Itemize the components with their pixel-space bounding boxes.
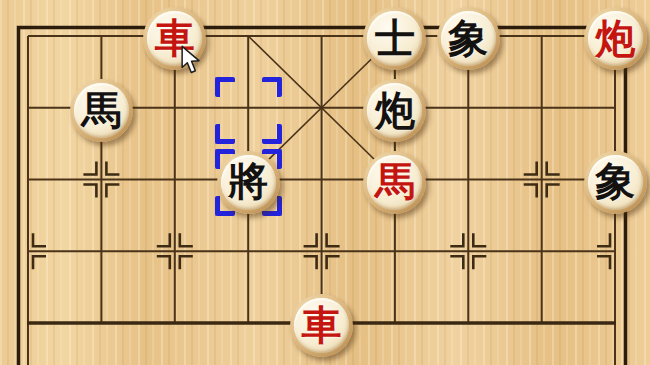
piece-red-cannon[interactable]: 炮: [584, 7, 647, 70]
piece-glyph: 馬: [375, 161, 415, 201]
xiangqi-board: 車士象炮馬炮將馬象車: [0, 0, 650, 365]
piece-glyph: 士: [375, 18, 415, 58]
piece-glyph: 象: [595, 161, 635, 201]
piece-glyph: 炮: [375, 90, 415, 130]
piece-red-horse[interactable]: 馬: [363, 151, 426, 214]
piece-black-horse[interactable]: 馬: [70, 79, 133, 142]
piece-glyph: 象: [448, 18, 488, 58]
piece-glyph: 車: [155, 18, 195, 58]
piece-black-general[interactable]: 將: [217, 151, 280, 214]
piece-red-chariot[interactable]: 車: [290, 294, 353, 357]
piece-glyph: 馬: [81, 90, 121, 130]
piece-black-elephant[interactable]: 象: [437, 7, 500, 70]
piece-black-elephant[interactable]: 象: [584, 151, 647, 214]
piece-glyph: 車: [302, 305, 342, 345]
piece-glyph: 炮: [595, 18, 635, 58]
piece-glyph: 將: [228, 161, 268, 201]
